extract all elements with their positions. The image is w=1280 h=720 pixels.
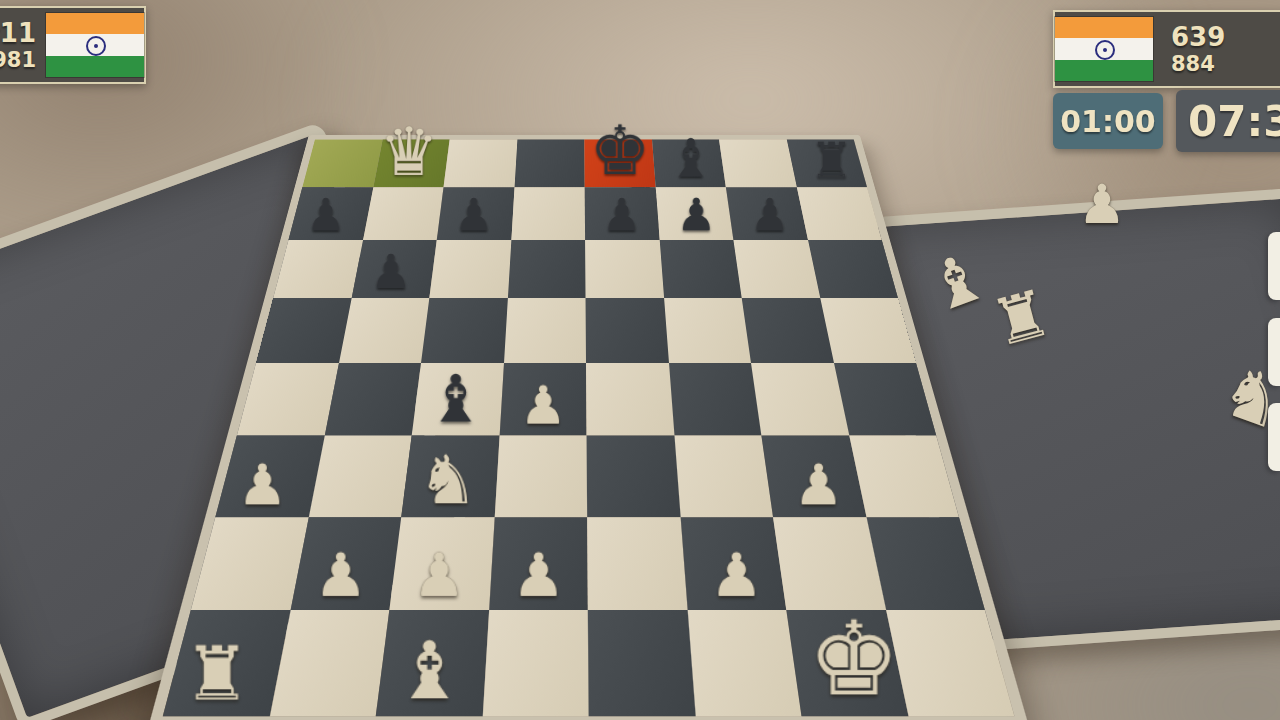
board-cell-d5[interactable] <box>504 298 587 363</box>
ashoka-chakra-icon <box>1095 40 1115 60</box>
board-cell-a4[interactable] <box>237 363 339 436</box>
black-pawn-a7: ♟ <box>289 193 363 238</box>
chess-board: ♛♚♝♜♟♟♟♟♟♟♝♟♟♞♟♟♟♟♟♜♝♚ <box>148 135 1029 720</box>
board-cell-d3[interactable] <box>494 436 587 518</box>
black-bishop-f8: ♝ <box>655 132 725 185</box>
black-bishop-c4: ♝ <box>412 367 499 433</box>
board-cell-f8[interactable]: ♝ <box>652 140 726 188</box>
board-cell-e2[interactable] <box>587 517 687 610</box>
board-cell-b4[interactable] <box>324 363 421 436</box>
board-cell-g3[interactable]: ♟ <box>761 436 866 518</box>
board-cell-e4[interactable] <box>586 363 674 436</box>
board-cell-f2[interactable]: ♟ <box>680 517 786 610</box>
board-cell-g2[interactable] <box>773 517 886 610</box>
board-cell-c2[interactable]: ♟ <box>389 517 494 610</box>
board-cell-h4[interactable] <box>834 363 937 436</box>
board-cell-c7[interactable]: ♟ <box>437 187 514 240</box>
player-panel-left: t11 981 <box>0 6 146 84</box>
board-cell-b5[interactable] <box>339 298 430 363</box>
board-cell-h3[interactable] <box>849 436 959 518</box>
board-cell-h1[interactable] <box>886 610 1015 716</box>
board-cell-f1[interactable] <box>687 610 801 716</box>
player-right-rating: 884 <box>1171 52 1215 76</box>
board-cell-d2[interactable]: ♟ <box>489 517 588 610</box>
board-cell-b7[interactable] <box>363 187 444 240</box>
india-flag-icon <box>46 13 144 77</box>
board-cell-c1[interactable]: ♝ <box>376 610 489 716</box>
edge-drawer-button-1[interactable] <box>1268 232 1280 300</box>
board-cell-b1[interactable] <box>269 610 389 716</box>
board-cell-c6[interactable] <box>429 240 511 298</box>
board-cell-d6[interactable] <box>507 240 585 298</box>
board-cell-b8[interactable]: ♛ <box>373 140 450 188</box>
board-cell-b2[interactable]: ♟ <box>290 517 401 610</box>
white-pawn-c2: ♟ <box>390 546 489 606</box>
black-pawn-e7: ♟ <box>585 193 659 238</box>
ashoka-chakra-icon <box>86 36 106 56</box>
black-pawn-b6: ♟ <box>352 248 430 295</box>
board-cell-h6[interactable] <box>808 240 898 298</box>
edge-drawer-button-3[interactable] <box>1268 403 1280 471</box>
clock-white: 01:00 <box>1053 93 1163 149</box>
black-king-e8: ♚ <box>585 117 655 185</box>
board-cell-a3[interactable]: ♟ <box>215 436 324 518</box>
white-pawn-d2: ♟ <box>489 546 588 606</box>
board-cell-a8[interactable] <box>302 140 382 188</box>
board-cell-g5[interactable] <box>742 298 834 363</box>
black-pawn-g7: ♟ <box>733 193 807 238</box>
board-cell-c5[interactable] <box>421 298 507 363</box>
white-pawn-g3: ♟ <box>772 457 865 513</box>
board-cell-f5[interactable] <box>664 298 751 363</box>
player-panel-right: 639 884 <box>1053 10 1280 88</box>
board-cell-d8[interactable] <box>514 140 585 188</box>
white-pawn-a3: ♟ <box>216 457 309 513</box>
black-pawn-f7: ♟ <box>659 193 733 238</box>
edge-drawer-button-2[interactable] <box>1268 318 1280 386</box>
player-right-name: 639 <box>1171 22 1225 52</box>
board-cell-a7[interactable]: ♟ <box>288 187 372 240</box>
player-left-rating: 981 <box>0 48 36 72</box>
white-pawn-f2: ♟ <box>687 546 786 606</box>
white-pawn-b2: ♟ <box>291 546 390 606</box>
board-cell-a6[interactable] <box>273 240 363 298</box>
board-cell-e5[interactable] <box>586 298 669 363</box>
board-cell-f4[interactable] <box>669 363 762 436</box>
board-cell-e6[interactable] <box>585 240 664 298</box>
white-bishop-c1: ♝ <box>376 631 482 711</box>
board-cell-e7[interactable]: ♟ <box>585 187 660 240</box>
board-cell-f7[interactable]: ♟ <box>655 187 733 240</box>
white-pawn-d4: ♟ <box>499 379 586 432</box>
board-cell-d7[interactable] <box>511 187 585 240</box>
board-cell-d1[interactable] <box>482 610 588 716</box>
white-queen-b8: ♛ <box>373 119 443 186</box>
player-left-name: t11 <box>0 18 36 48</box>
board-scene: ♛♚♝♜♟♟♟♟♟♟♝♟♟♞♟♟♟♟♟♜♝♚ <box>247 0 907 714</box>
board-cell-g6[interactable] <box>733 240 819 298</box>
board-cell-e8[interactable]: ♚ <box>584 140 655 188</box>
white-rook-a1: ♜ <box>164 637 270 712</box>
clock-black: 07:3 <box>1176 90 1280 152</box>
board-cell-g4[interactable] <box>751 363 849 436</box>
board-cell-f6[interactable] <box>659 240 741 298</box>
board-cell-g1[interactable]: ♚ <box>786 610 908 716</box>
board-cell-c4[interactable]: ♝ <box>412 363 504 436</box>
board-cell-b6[interactable]: ♟ <box>351 240 437 298</box>
board-cell-g7[interactable]: ♟ <box>726 187 808 240</box>
india-flag-icon <box>1055 17 1153 81</box>
board-cell-h8[interactable]: ♜ <box>786 140 867 188</box>
board-cell-h5[interactable] <box>820 298 916 363</box>
board-cell-b3[interactable] <box>308 436 411 518</box>
black-pawn-c7: ♟ <box>437 193 511 238</box>
board-cell-g8[interactable] <box>719 140 796 188</box>
board-cell-c8[interactable] <box>444 140 517 188</box>
black-rook-h8: ♜ <box>796 136 866 186</box>
board-cell-h2[interactable] <box>866 517 985 610</box>
board-cell-f3[interactable] <box>674 436 773 518</box>
board-cell-e1[interactable] <box>588 610 695 716</box>
white-knight-c3: ♞ <box>402 446 495 513</box>
board-cell-a1[interactable]: ♜ <box>163 610 290 716</box>
board-cell-d4[interactable]: ♟ <box>499 363 586 436</box>
board-cell-a2[interactable] <box>191 517 308 610</box>
board-cell-e3[interactable] <box>587 436 681 518</box>
board-cell-h7[interactable] <box>796 187 881 240</box>
board-cell-a5[interactable] <box>256 298 351 363</box>
board-cell-c3[interactable]: ♞ <box>401 436 499 518</box>
